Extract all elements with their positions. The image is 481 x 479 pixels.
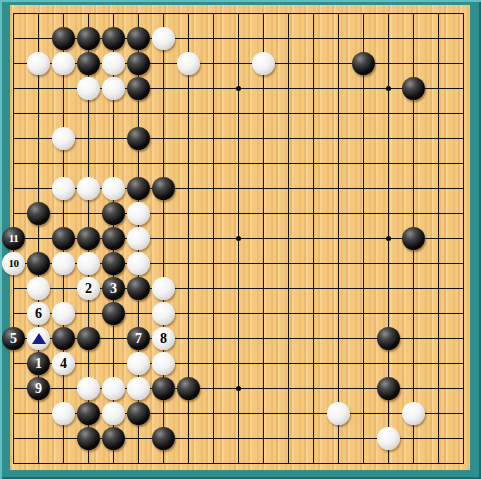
stone-black (77, 227, 100, 250)
stone-white (377, 427, 400, 450)
stone-black: 3 (102, 277, 125, 300)
stone-black (377, 327, 400, 350)
stone-white (102, 377, 125, 400)
stone-white (77, 177, 100, 200)
stone-black: 1 (27, 352, 50, 375)
move-number-label: 4 (60, 357, 67, 371)
stone-white (102, 177, 125, 200)
stone-white (127, 202, 150, 225)
stone-black (127, 177, 150, 200)
stone-white (402, 402, 425, 425)
stone-black (77, 52, 100, 75)
move-number-label: 10 (9, 258, 19, 269)
stone-black (152, 427, 175, 450)
stone-white (177, 52, 200, 75)
stone-black (52, 227, 75, 250)
go-board-frame: 1110236578149 (0, 0, 481, 479)
stone-white (52, 402, 75, 425)
stone-black (77, 27, 100, 50)
stone-white: 8 (152, 327, 175, 350)
stone-black (77, 427, 100, 450)
move-number-label: 8 (160, 332, 167, 346)
stone-black (352, 52, 375, 75)
stone-black (77, 327, 100, 350)
stone-black (152, 377, 175, 400)
stone-white (27, 277, 50, 300)
move-number-label: 5 (10, 332, 17, 346)
stone-white (152, 27, 175, 50)
move-number-label: 7 (135, 332, 142, 346)
star-point (236, 386, 241, 391)
stone-white (152, 277, 175, 300)
stone-black (127, 77, 150, 100)
stone-white (77, 252, 100, 275)
stone-black (77, 402, 100, 425)
stone-black (127, 52, 150, 75)
stone-black: 7 (127, 327, 150, 350)
star-point (236, 236, 241, 241)
stone-black (152, 177, 175, 200)
stone-black (402, 227, 425, 250)
stone-black (127, 27, 150, 50)
stone-white: 2 (77, 277, 100, 300)
stone-black (52, 327, 75, 350)
stone-black (402, 77, 425, 100)
grid: 1110236578149 (13, 13, 464, 464)
stone-black (102, 227, 125, 250)
triangle-marker (32, 333, 46, 344)
stone-black (52, 27, 75, 50)
move-number-label: 6 (35, 307, 42, 321)
star-point (386, 86, 391, 91)
stone-black (102, 27, 125, 50)
stone-white (127, 227, 150, 250)
star-point (236, 86, 241, 91)
move-number-label: 3 (110, 282, 117, 296)
stone-black (102, 302, 125, 325)
stone-black (27, 202, 50, 225)
stone-white (52, 52, 75, 75)
stone-black (127, 277, 150, 300)
stone-black (102, 202, 125, 225)
stone-white (127, 352, 150, 375)
stone-black: 9 (27, 377, 50, 400)
move-number-label: 11 (9, 233, 18, 244)
star-point (386, 236, 391, 241)
stone-white (102, 402, 125, 425)
stone-white: 6 (27, 302, 50, 325)
move-number-label: 2 (85, 282, 92, 296)
move-number-label: 1 (35, 357, 42, 371)
stone-black (102, 252, 125, 275)
stone-white (152, 352, 175, 375)
stone-black (127, 402, 150, 425)
stone-white (77, 77, 100, 100)
stone-white (152, 302, 175, 325)
stone-white (52, 252, 75, 275)
stone-black (27, 252, 50, 275)
stone-black (102, 427, 125, 450)
stone-white (102, 77, 125, 100)
stone-white (27, 327, 50, 350)
go-board[interactable]: 1110236578149 (10, 5, 470, 470)
stone-white (52, 302, 75, 325)
stone-white (327, 402, 350, 425)
stone-white (102, 52, 125, 75)
stone-white (77, 377, 100, 400)
stone-white: 10 (2, 252, 25, 275)
stone-black: 11 (2, 227, 25, 250)
stone-white (52, 177, 75, 200)
stone-white (27, 52, 50, 75)
stone-black (177, 377, 200, 400)
stone-black (127, 127, 150, 150)
stone-white: 4 (52, 352, 75, 375)
stone-white (52, 127, 75, 150)
stone-white (127, 252, 150, 275)
stone-black: 5 (2, 327, 25, 350)
move-number-label: 9 (35, 382, 42, 396)
stone-white (252, 52, 275, 75)
stone-black (377, 377, 400, 400)
stone-white (127, 377, 150, 400)
